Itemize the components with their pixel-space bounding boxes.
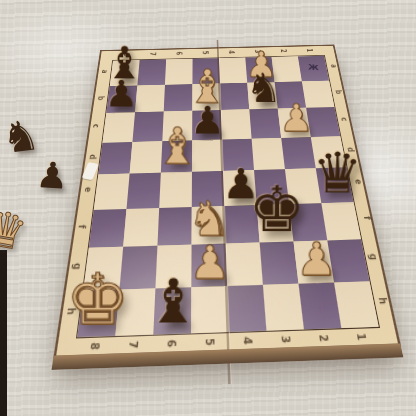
file-label-right-g: g: [367, 254, 377, 261]
square-h4[interactable]: [227, 284, 266, 332]
rank-label-top-2: 2: [278, 49, 285, 53]
rank-label-top-8: 8: [122, 53, 129, 57]
piece-black-knight-b3[interactable]: ♞: [245, 68, 281, 109]
floor-pawn-black-pawn[interactable]: ♟: [35, 157, 70, 195]
rank-label-bottom-5: 5: [202, 338, 212, 346]
file-label-left-f: f: [76, 224, 85, 228]
square-h1[interactable]: [334, 281, 379, 328]
dark-object-left-edge: [0, 250, 7, 416]
file-label-left-e: e: [82, 187, 91, 192]
file-label-left-c: c: [91, 124, 99, 128]
square-c8[interactable]: [103, 112, 136, 142]
rank-label-bottom-7: 7: [126, 341, 136, 349]
rank-label-top-6: 6: [174, 51, 181, 55]
square-c2[interactable]: ♟: [278, 108, 311, 138]
square-e1[interactable]: ♛: [316, 167, 354, 202]
square-g4[interactable]: [226, 243, 263, 286]
rank-label-top-3: 3: [253, 50, 260, 54]
rank-label-top-4: 4: [227, 50, 234, 54]
square-f8[interactable]: [89, 208, 127, 247]
square-g2[interactable]: ♟: [294, 240, 334, 283]
piece-white-pawn-c2[interactable]: ♟: [279, 98, 313, 136]
piece-white-king-h8[interactable]: ♚: [65, 264, 129, 335]
square-d6[interactable]: ♝: [161, 140, 192, 173]
rank-label-bottom-4: 4: [240, 337, 250, 345]
square-d8[interactable]: [98, 142, 132, 175]
square-h3[interactable]: [263, 283, 304, 330]
rank-label-top-1: 1: [304, 48, 311, 52]
square-g3[interactable]: [260, 241, 299, 284]
square-e8[interactable]: [94, 174, 130, 210]
piece-black-queen-e1[interactable]: ♛: [312, 145, 362, 201]
file-label-right-a: a: [329, 64, 337, 68]
file-label-right-b: b: [334, 90, 342, 94]
piece-white-pawn-g2[interactable]: ♟: [295, 235, 336, 281]
piece-black-king-f3[interactable]: ♚: [248, 178, 305, 241]
rank-label-bottom-8: 8: [87, 342, 98, 350]
square-b3[interactable]: ♞: [247, 82, 277, 110]
corner-stamp-icon: Ж: [308, 64, 319, 72]
floor-knight-black-knight[interactable]: ♞: [0, 114, 42, 160]
rank-label-bottom-1: 1: [353, 333, 364, 341]
piece-black-bishop-h6[interactable]: ♝: [145, 272, 200, 333]
square-e7[interactable]: [127, 173, 161, 209]
square-c4[interactable]: [221, 109, 252, 139]
square-a1[interactable]: Ж: [298, 56, 329, 81]
square-f3[interactable]: ♚: [257, 204, 294, 243]
rank-label-bottom-2: 2: [316, 334, 327, 342]
file-label-right-h: h: [376, 297, 387, 304]
rank-label-top-7: 7: [148, 52, 155, 56]
playing-area: ♝♟Ж♟♝♞♟♟♝♟♛♞♚♟♟♚♝: [76, 55, 380, 339]
photo-scene: ♝♟Ж♟♝♞♟♟♝♟♛♞♚♟♟♚♝ aa88bb77cc66dd55ee44ff…: [0, 0, 416, 416]
square-f7[interactable]: [123, 207, 159, 246]
rank-label-bottom-6: 6: [164, 339, 174, 347]
piece-white-bishop-d6[interactable]: ♝: [154, 121, 199, 171]
square-b7[interactable]: [135, 84, 165, 112]
file-label-right-f: f: [361, 216, 370, 220]
file-label-left-d: d: [87, 154, 96, 159]
square-h6[interactable]: ♝: [153, 287, 191, 335]
file-label-left-a: a: [100, 70, 108, 74]
file-label-right-c: c: [340, 117, 348, 121]
piece-black-pawn-b8[interactable]: ♟: [104, 75, 137, 112]
square-d2[interactable]: [281, 137, 316, 169]
square-b8[interactable]: ♟: [106, 85, 137, 113]
square-h8[interactable]: ♚: [77, 289, 119, 337]
square-c3[interactable]: [249, 108, 281, 138]
rank-label-bottom-3: 3: [278, 335, 288, 343]
file-label-left-b: b: [96, 96, 104, 100]
rank-label-top-5: 5: [200, 51, 207, 55]
